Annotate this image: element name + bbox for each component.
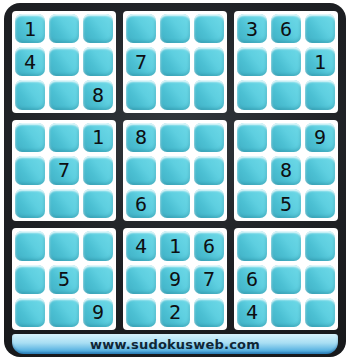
sudoku-cell[interactable] (271, 80, 301, 109)
sudoku-cell[interactable]: 8 (126, 123, 156, 152)
sudoku-cell[interactable]: 7 (49, 156, 79, 185)
sudoku-frame: 148736117869855941697264 www.sudokusweb.… (4, 3, 346, 357)
sudoku-cell[interactable]: 5 (271, 189, 301, 218)
sudoku-cell[interactable] (160, 80, 190, 109)
sudoku-cell[interactable]: 1 (83, 123, 113, 152)
sudoku-cell[interactable] (160, 14, 190, 43)
sudoku-cell[interactable] (15, 189, 45, 218)
sudoku-cell[interactable] (49, 123, 79, 152)
sudoku-cell[interactable] (49, 47, 79, 76)
sudoku-cell[interactable] (160, 189, 190, 218)
sudoku-cell[interactable]: 6 (194, 231, 224, 260)
sudoku-cell[interactable] (126, 80, 156, 109)
sudoku-cell[interactable] (271, 265, 301, 294)
sudoku-cell[interactable]: 7 (126, 47, 156, 76)
sudoku-cell[interactable] (305, 231, 335, 260)
sudoku-cell[interactable] (271, 231, 301, 260)
sudoku-cell[interactable] (305, 298, 335, 327)
sudoku-cell[interactable]: 9 (160, 265, 190, 294)
sudoku-cell[interactable] (237, 80, 267, 109)
sudoku-cell[interactable] (271, 47, 301, 76)
sudoku-cell[interactable] (194, 47, 224, 76)
sudoku-cell[interactable] (126, 156, 156, 185)
sudoku-cell[interactable]: 9 (83, 298, 113, 327)
sudoku-cell[interactable] (237, 47, 267, 76)
sudoku-box: 7 (123, 11, 227, 113)
sudoku-cell[interactable]: 4 (126, 231, 156, 260)
sudoku-cell[interactable] (305, 189, 335, 218)
sudoku-cell[interactable] (194, 14, 224, 43)
sudoku-box: 361 (234, 11, 338, 113)
sudoku-cell[interactable] (237, 123, 267, 152)
sudoku-cell[interactable] (305, 80, 335, 109)
sudoku-cell[interactable]: 6 (126, 189, 156, 218)
sudoku-cell[interactable] (15, 265, 45, 294)
sudoku-cell[interactable] (237, 189, 267, 218)
sudoku-cell[interactable] (49, 298, 79, 327)
sudoku-cell[interactable] (15, 123, 45, 152)
sudoku-cell[interactable] (194, 189, 224, 218)
sudoku-cell[interactable] (194, 156, 224, 185)
sudoku-grid: 148736117869855941697264 (12, 11, 338, 330)
sudoku-cell[interactable] (49, 231, 79, 260)
sudoku-cell[interactable] (49, 189, 79, 218)
sudoku-cell[interactable] (194, 298, 224, 327)
sudoku-cell[interactable]: 1 (305, 47, 335, 76)
sudoku-cell[interactable] (49, 80, 79, 109)
sudoku-box: 86 (123, 120, 227, 222)
sudoku-cell[interactable] (15, 298, 45, 327)
sudoku-cell[interactable]: 5 (49, 265, 79, 294)
sudoku-cell[interactable] (15, 231, 45, 260)
sudoku-cell[interactable] (271, 123, 301, 152)
sudoku-cell[interactable] (126, 14, 156, 43)
sudoku-cell[interactable] (83, 189, 113, 218)
sudoku-cell[interactable]: 9 (305, 123, 335, 152)
sudoku-cell[interactable]: 2 (160, 298, 190, 327)
sudoku-box: 17 (12, 120, 116, 222)
sudoku-cell[interactable] (160, 156, 190, 185)
sudoku-cell[interactable]: 7 (194, 265, 224, 294)
sudoku-cell[interactable] (305, 265, 335, 294)
sudoku-box: 148 (12, 11, 116, 113)
sudoku-cell[interactable] (49, 14, 79, 43)
footer-bar: www.sudokusweb.com (12, 334, 338, 354)
sudoku-cell[interactable]: 6 (271, 14, 301, 43)
sudoku-box: 416972 (123, 228, 227, 330)
sudoku-cell[interactable] (237, 231, 267, 260)
sudoku-cell[interactable] (194, 80, 224, 109)
sudoku-cell[interactable]: 4 (237, 298, 267, 327)
sudoku-cell[interactable]: 1 (160, 231, 190, 260)
sudoku-cell[interactable] (237, 156, 267, 185)
sudoku-cell[interactable] (194, 123, 224, 152)
sudoku-cell[interactable] (15, 80, 45, 109)
sudoku-cell[interactable]: 3 (237, 14, 267, 43)
sudoku-cell[interactable] (126, 265, 156, 294)
sudoku-cell[interactable] (305, 156, 335, 185)
sudoku-cell[interactable] (83, 156, 113, 185)
sudoku-cell[interactable] (83, 14, 113, 43)
sudoku-box: 985 (234, 120, 338, 222)
sudoku-cell[interactable] (126, 298, 156, 327)
sudoku-cell[interactable] (15, 156, 45, 185)
sudoku-cell[interactable] (271, 298, 301, 327)
sudoku-box: 64 (234, 228, 338, 330)
sudoku-cell[interactable] (160, 47, 190, 76)
site-url: www.sudokusweb.com (90, 337, 260, 352)
sudoku-box: 59 (12, 228, 116, 330)
sudoku-cell[interactable] (83, 265, 113, 294)
sudoku-cell[interactable]: 8 (83, 80, 113, 109)
sudoku-cell[interactable] (305, 14, 335, 43)
sudoku-cell[interactable] (160, 123, 190, 152)
sudoku-cell[interactable] (83, 47, 113, 76)
sudoku-cell[interactable]: 1 (15, 14, 45, 43)
sudoku-cell[interactable]: 6 (237, 265, 267, 294)
sudoku-cell[interactable]: 4 (15, 47, 45, 76)
sudoku-cell[interactable]: 8 (271, 156, 301, 185)
sudoku-cell[interactable] (83, 231, 113, 260)
